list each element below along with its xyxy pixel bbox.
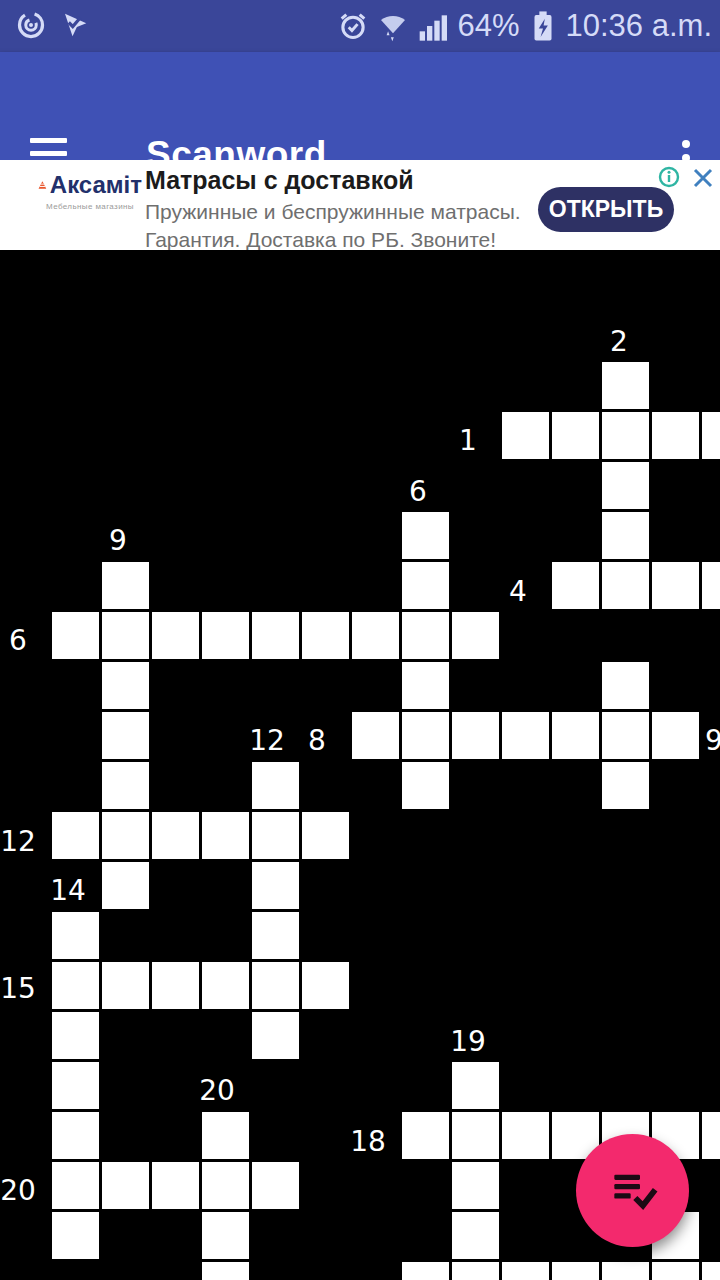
- status-right-icons: 64% 10:36 a.m.: [337, 6, 712, 46]
- clue-number: 1: [459, 424, 477, 457]
- grid-cell[interactable]: [252, 962, 299, 1009]
- grid-cell[interactable]: [552, 562, 599, 609]
- adchoices-info-icon[interactable]: [658, 166, 680, 192]
- grid-cell[interactable]: [252, 1162, 299, 1209]
- ad-body-line1: Пружинные и беспружинные матрасы.: [145, 200, 521, 224]
- sync-icon: [16, 10, 46, 40]
- advertiser-logo-icon: [38, 170, 47, 200]
- grid-cell[interactable]: [702, 562, 720, 609]
- grid-cell[interactable]: [52, 962, 99, 1009]
- grid-cell[interactable]: [452, 1162, 499, 1209]
- grid-cell[interactable]: [102, 662, 149, 709]
- battery-charging-icon: [528, 9, 558, 43]
- grid-cell[interactable]: [102, 762, 149, 809]
- grid-cell[interactable]: [102, 1162, 149, 1209]
- grid-cell[interactable]: [502, 712, 549, 759]
- grid-cell[interactable]: [602, 712, 649, 759]
- clue-number: 9: [109, 524, 127, 557]
- wifi-icon: [377, 10, 409, 42]
- close-icon[interactable]: [692, 167, 714, 193]
- grid-cell[interactable]: [452, 1112, 499, 1159]
- crossword-board: 216946128912141519201820: [0, 250, 720, 1280]
- grid-cell[interactable]: [602, 512, 649, 559]
- grid-cell[interactable]: [552, 412, 599, 459]
- grid-cell[interactable]: [452, 1062, 499, 1109]
- grid-cell[interactable]: [602, 362, 649, 409]
- grid-cell[interactable]: [402, 1262, 449, 1280]
- clue-number: 20: [199, 1074, 235, 1107]
- grid-cell[interactable]: [102, 712, 149, 759]
- grid-cell[interactable]: [52, 912, 99, 959]
- grid-cell[interactable]: [652, 562, 699, 609]
- grid-cell[interactable]: [252, 612, 299, 659]
- grid-cell[interactable]: [152, 962, 199, 1009]
- grid-cell[interactable]: [52, 1162, 99, 1209]
- grid-cell[interactable]: [152, 812, 199, 859]
- clue-number: 15: [0, 972, 36, 1005]
- grid-cell[interactable]: [602, 462, 649, 509]
- grid-cell[interactable]: [552, 712, 599, 759]
- clue-number: 9: [705, 724, 720, 757]
- grid-cell[interactable]: [252, 1012, 299, 1059]
- advertiser-caption: Мебельные магазины: [38, 202, 142, 211]
- clue-number: 19: [450, 1025, 486, 1058]
- ad-banner[interactable]: Аксаміт Мебельные магазины Матрасы с дос…: [0, 160, 720, 250]
- clue-number: 18: [350, 1125, 386, 1158]
- grid-cell[interactable]: [302, 962, 349, 1009]
- status-bar: 64% 10:36 a.m.: [0, 0, 720, 52]
- grid-cell[interactable]: [202, 612, 249, 659]
- grid-cell[interactable]: [102, 612, 149, 659]
- grid-cell[interactable]: [402, 512, 449, 559]
- play-protect-icon: [60, 10, 90, 40]
- grid-cell[interactable]: [152, 612, 199, 659]
- grid-cell[interactable]: [52, 1012, 99, 1059]
- grid-cell[interactable]: [502, 1262, 549, 1280]
- clue-number: 8: [308, 724, 326, 757]
- check-answers-fab[interactable]: [576, 1134, 689, 1247]
- grid-cell[interactable]: [452, 612, 499, 659]
- grid-cell[interactable]: [102, 562, 149, 609]
- grid-cell[interactable]: [702, 1112, 720, 1159]
- grid-cell[interactable]: [102, 812, 149, 859]
- clue-number: 6: [9, 624, 27, 657]
- grid-cell[interactable]: [402, 562, 449, 609]
- screen: 64% 10:36 a.m. Scanword: [0, 0, 720, 1280]
- clue-number: 4: [509, 575, 527, 608]
- grid-cell[interactable]: [52, 1062, 99, 1109]
- grid-cell[interactable]: [152, 1162, 199, 1209]
- grid-cell[interactable]: [452, 712, 499, 759]
- signal-icon: [417, 10, 449, 42]
- status-time: 10:36 a.m.: [566, 6, 712, 46]
- grid-cell[interactable]: [402, 662, 449, 709]
- grid-cell[interactable]: [452, 1262, 499, 1280]
- grid-cell[interactable]: [502, 1112, 549, 1159]
- grid-cell[interactable]: [52, 612, 99, 659]
- grid-cell[interactable]: [602, 412, 649, 459]
- grid-cell[interactable]: [402, 762, 449, 809]
- grid-cell[interactable]: [52, 1212, 99, 1259]
- grid-cell[interactable]: [102, 862, 149, 909]
- grid-cell[interactable]: [602, 662, 649, 709]
- grid-cell[interactable]: [702, 412, 720, 459]
- clue-number: 14: [50, 874, 86, 907]
- grid-cell[interactable]: [202, 962, 249, 1009]
- grid-cell[interactable]: [302, 612, 349, 659]
- grid-cell[interactable]: [302, 812, 349, 859]
- grid-cell[interactable]: [202, 1262, 249, 1280]
- advertiser-logo: Аксаміт Мебельные магазины: [38, 170, 142, 211]
- grid-cell[interactable]: [702, 1262, 720, 1280]
- grid-cell[interactable]: [202, 1212, 249, 1259]
- battery-percent: 64%: [457, 6, 519, 46]
- clue-number: 12: [249, 724, 285, 757]
- ad-open-button[interactable]: ОТКРЫТЬ: [538, 187, 674, 232]
- status-left-icons: [16, 10, 90, 40]
- grid-cell[interactable]: [602, 562, 649, 609]
- ad-body-line2: Гарантия. Доставка по РБ. Звоните!: [145, 228, 496, 252]
- grid-cell[interactable]: [352, 612, 399, 659]
- grid-cell[interactable]: [252, 812, 299, 859]
- grid-cell[interactable]: [202, 1112, 249, 1159]
- grid-cell[interactable]: [102, 962, 149, 1009]
- grid-cell[interactable]: [402, 1112, 449, 1159]
- playlist-check-icon: [605, 1163, 661, 1219]
- grid-cell[interactable]: [52, 812, 99, 859]
- grid-cell[interactable]: [252, 912, 299, 959]
- grid-cell[interactable]: [502, 412, 549, 459]
- clue-number: 12: [0, 825, 36, 858]
- grid-cell[interactable]: [402, 612, 449, 659]
- clue-number: 20: [0, 1174, 36, 1207]
- grid-cell[interactable]: [552, 1262, 599, 1280]
- clue-number: 6: [409, 475, 427, 508]
- app-bar: Scanword: [0, 52, 720, 160]
- grid-cell[interactable]: [652, 712, 699, 759]
- grid-cell[interactable]: [652, 412, 699, 459]
- grid-cell[interactable]: [652, 1262, 699, 1280]
- grid-cell[interactable]: [202, 1162, 249, 1209]
- grid-cell[interactable]: [202, 812, 249, 859]
- grid-cell[interactable]: [52, 1112, 99, 1159]
- clue-number: 2: [610, 325, 628, 358]
- alarm-icon: [337, 10, 369, 42]
- advertiser-name: Аксаміт: [50, 171, 142, 199]
- grid-cell[interactable]: [352, 712, 399, 759]
- grid-cell[interactable]: [602, 762, 649, 809]
- grid-cell[interactable]: [252, 862, 299, 909]
- grid-cell[interactable]: [602, 1262, 649, 1280]
- grid-cell[interactable]: [402, 712, 449, 759]
- grid-cell[interactable]: [452, 1212, 499, 1259]
- ad-headline: Матрасы с доставкой: [145, 166, 414, 195]
- grid-cell[interactable]: [252, 762, 299, 809]
